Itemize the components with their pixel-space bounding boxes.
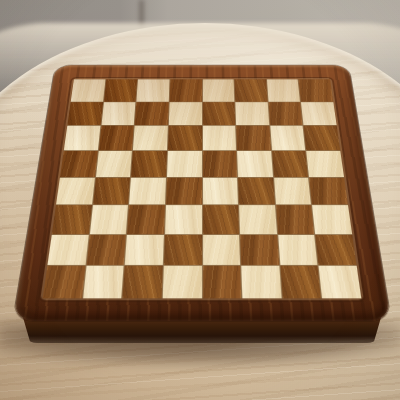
square-d3 [165,205,202,234]
square-b4 [93,177,131,204]
square-g5 [272,151,308,177]
square-d6 [168,126,202,150]
square-h7 [301,102,336,125]
square-c3 [127,205,165,234]
square-e7 [202,102,235,125]
square-f6 [236,126,271,150]
board-grid [43,79,362,298]
square-e4 [203,177,239,204]
square-d7 [169,102,202,125]
square-e2 [203,235,241,265]
square-d5 [167,151,202,177]
square-a8 [71,79,105,101]
square-a7 [67,102,102,125]
square-a3 [52,205,92,234]
chess-board [13,65,391,320]
square-e3 [203,205,240,234]
square-h5 [307,151,344,177]
square-d8 [170,79,202,101]
square-b6 [98,126,133,150]
square-a6 [64,126,100,150]
square-g4 [274,177,312,204]
square-b7 [101,102,135,125]
square-h2 [316,235,357,265]
square-b2 [86,235,126,265]
square-c8 [137,79,170,101]
square-f1 [241,266,281,298]
square-h1 [319,266,361,298]
square-g2 [278,235,318,265]
square-h3 [312,205,352,234]
square-c4 [129,177,166,204]
square-e1 [203,266,242,298]
board-side-face [21,318,383,343]
square-b5 [96,151,132,177]
square-a4 [56,177,95,204]
square-g1 [280,266,321,298]
square-c6 [133,126,168,150]
square-d1 [163,266,202,298]
square-h6 [304,126,340,150]
square-f5 [237,151,273,177]
square-d4 [166,177,202,204]
square-e8 [202,79,234,101]
square-b3 [90,205,129,234]
square-h8 [299,79,333,101]
square-d2 [164,235,202,265]
square-g7 [268,102,302,125]
square-c1 [123,266,163,298]
square-c5 [131,151,167,177]
square-a1 [43,266,85,298]
square-b8 [104,79,138,101]
square-g3 [276,205,315,234]
square-a5 [60,151,97,177]
square-e5 [202,151,237,177]
square-e6 [202,126,236,150]
square-h4 [309,177,348,204]
square-c7 [135,102,169,125]
square-f4 [238,177,275,204]
square-g8 [267,79,301,101]
square-f3 [239,205,277,234]
square-f8 [235,79,268,101]
square-a2 [47,235,88,265]
square-f2 [240,235,279,265]
square-c2 [125,235,164,265]
square-f7 [235,102,269,125]
board-frame [13,65,391,320]
square-b1 [83,266,124,298]
square-g6 [270,126,305,150]
